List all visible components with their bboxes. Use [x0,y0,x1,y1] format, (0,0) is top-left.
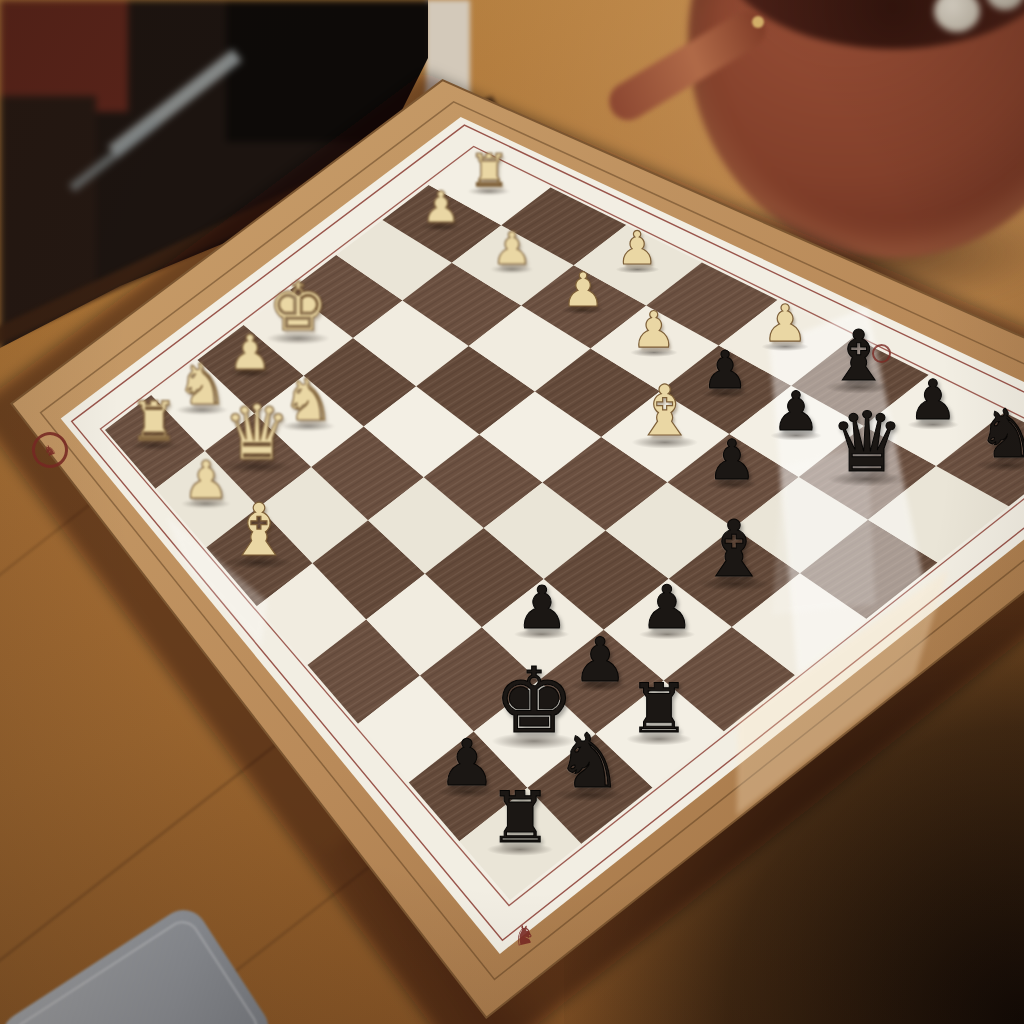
chess-board [0,0,1024,1024]
board-corner-ring-logo-right [872,344,891,363]
ring-logo-glyph: ♞ [42,440,59,459]
gloss-streak-squares [772,446,875,615]
photo-scene: ♞ ♞ ♜♞♟♚♟♜♟♛♞♟♝♟♟♟♝♟♟♟♟♟♝♟♚♟♟♝♛♟♜♞♜♞ [0,0,1024,1024]
